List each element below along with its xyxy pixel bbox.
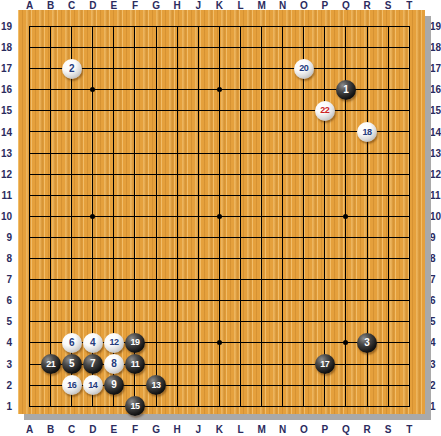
- intersection-D17[interactable]: [82, 58, 103, 79]
- intersection-H16[interactable]: [167, 79, 188, 100]
- intersection-B15[interactable]: [40, 100, 61, 121]
- intersection-L2[interactable]: [230, 375, 251, 396]
- intersection-S1[interactable]: [378, 396, 399, 417]
- intersection-R5[interactable]: [357, 311, 378, 332]
- intersection-K5[interactable]: [209, 311, 230, 332]
- intersection-M16[interactable]: [251, 79, 272, 100]
- intersection-B10[interactable]: [40, 206, 61, 227]
- intersection-S7[interactable]: [378, 269, 399, 290]
- intersection-A6[interactable]: [19, 290, 40, 311]
- intersection-Q12[interactable]: [335, 164, 356, 185]
- intersection-D5[interactable]: [82, 311, 103, 332]
- intersection-H7[interactable]: [167, 269, 188, 290]
- intersection-K14[interactable]: [209, 121, 230, 142]
- intersection-M17[interactable]: [251, 58, 272, 79]
- intersection-G15[interactable]: [146, 100, 167, 121]
- intersection-R19[interactable]: [357, 16, 378, 37]
- intersection-O17[interactable]: 20: [293, 58, 314, 79]
- intersection-L4[interactable]: [230, 332, 251, 353]
- intersection-D9[interactable]: [82, 227, 103, 248]
- intersection-C8[interactable]: [61, 248, 82, 269]
- intersection-M9[interactable]: [251, 227, 272, 248]
- intersection-T18[interactable]: [399, 37, 420, 58]
- intersection-O10[interactable]: [293, 206, 314, 227]
- intersection-P19[interactable]: [314, 16, 335, 37]
- intersection-M14[interactable]: [251, 121, 272, 142]
- intersection-E1[interactable]: [103, 396, 124, 417]
- intersection-A12[interactable]: [19, 164, 40, 185]
- intersection-O6[interactable]: [293, 290, 314, 311]
- intersection-P10[interactable]: [314, 206, 335, 227]
- intersection-C11[interactable]: [61, 185, 82, 206]
- intersection-C10[interactable]: [61, 206, 82, 227]
- intersection-S4[interactable]: [378, 332, 399, 353]
- intersection-B5[interactable]: [40, 311, 61, 332]
- intersection-P11[interactable]: [314, 185, 335, 206]
- intersection-P16[interactable]: [314, 79, 335, 100]
- intersection-J19[interactable]: [188, 16, 209, 37]
- intersection-F2[interactable]: [124, 375, 145, 396]
- intersection-S19[interactable]: [378, 16, 399, 37]
- intersection-S13[interactable]: [378, 143, 399, 164]
- intersection-N12[interactable]: [272, 164, 293, 185]
- intersection-E13[interactable]: [103, 143, 124, 164]
- intersection-B13[interactable]: [40, 143, 61, 164]
- intersection-C4[interactable]: 6: [61, 332, 82, 353]
- intersection-G7[interactable]: [146, 269, 167, 290]
- intersection-O3[interactable]: [293, 354, 314, 375]
- intersection-E6[interactable]: [103, 290, 124, 311]
- intersection-M6[interactable]: [251, 290, 272, 311]
- intersection-T11[interactable]: [399, 185, 420, 206]
- intersection-D1[interactable]: [82, 396, 103, 417]
- intersection-N9[interactable]: [272, 227, 293, 248]
- intersection-K8[interactable]: [209, 248, 230, 269]
- intersection-J1[interactable]: [188, 396, 209, 417]
- intersection-B11[interactable]: [40, 185, 61, 206]
- intersection-J17[interactable]: [188, 58, 209, 79]
- intersection-F19[interactable]: [124, 16, 145, 37]
- intersection-M4[interactable]: [251, 332, 272, 353]
- intersection-B9[interactable]: [40, 227, 61, 248]
- intersection-Q15[interactable]: [335, 100, 356, 121]
- intersection-M8[interactable]: [251, 248, 272, 269]
- intersection-R15[interactable]: [357, 100, 378, 121]
- intersection-J9[interactable]: [188, 227, 209, 248]
- intersection-P12[interactable]: [314, 164, 335, 185]
- intersection-G16[interactable]: [146, 79, 167, 100]
- intersection-F1[interactable]: 15: [124, 396, 145, 417]
- intersection-A9[interactable]: [19, 227, 40, 248]
- intersection-F3[interactable]: 11: [124, 354, 145, 375]
- intersection-M10[interactable]: [251, 206, 272, 227]
- intersection-A4[interactable]: [19, 332, 40, 353]
- intersection-K16[interactable]: [209, 79, 230, 100]
- intersection-G9[interactable]: [146, 227, 167, 248]
- intersection-C5[interactable]: [61, 311, 82, 332]
- intersection-T6[interactable]: [399, 290, 420, 311]
- intersection-T7[interactable]: [399, 269, 420, 290]
- intersection-R13[interactable]: [357, 143, 378, 164]
- intersection-R12[interactable]: [357, 164, 378, 185]
- intersection-T17[interactable]: [399, 58, 420, 79]
- intersection-L14[interactable]: [230, 121, 251, 142]
- intersection-G10[interactable]: [146, 206, 167, 227]
- intersection-O4[interactable]: [293, 332, 314, 353]
- intersection-O8[interactable]: [293, 248, 314, 269]
- intersection-E12[interactable]: [103, 164, 124, 185]
- intersection-A3[interactable]: [19, 354, 40, 375]
- intersection-N2[interactable]: [272, 375, 293, 396]
- intersection-H15[interactable]: [167, 100, 188, 121]
- intersection-G4[interactable]: [146, 332, 167, 353]
- intersection-H13[interactable]: [167, 143, 188, 164]
- intersection-G17[interactable]: [146, 58, 167, 79]
- intersection-J11[interactable]: [188, 185, 209, 206]
- intersection-O12[interactable]: [293, 164, 314, 185]
- intersection-N4[interactable]: [272, 332, 293, 353]
- intersection-C3[interactable]: 5: [61, 354, 82, 375]
- intersection-C16[interactable]: [61, 79, 82, 100]
- intersection-R14[interactable]: 18: [357, 121, 378, 142]
- intersection-A8[interactable]: [19, 248, 40, 269]
- intersection-T9[interactable]: [399, 227, 420, 248]
- intersection-A18[interactable]: [19, 37, 40, 58]
- intersection-D12[interactable]: [82, 164, 103, 185]
- intersection-N18[interactable]: [272, 37, 293, 58]
- intersection-C13[interactable]: [61, 143, 82, 164]
- intersection-E17[interactable]: [103, 58, 124, 79]
- intersection-O19[interactable]: [293, 16, 314, 37]
- intersection-H12[interactable]: [167, 164, 188, 185]
- intersection-L16[interactable]: [230, 79, 251, 100]
- intersection-E18[interactable]: [103, 37, 124, 58]
- intersection-K7[interactable]: [209, 269, 230, 290]
- intersection-L12[interactable]: [230, 164, 251, 185]
- intersection-D18[interactable]: [82, 37, 103, 58]
- intersection-T14[interactable]: [399, 121, 420, 142]
- intersection-P1[interactable]: [314, 396, 335, 417]
- intersection-E14[interactable]: [103, 121, 124, 142]
- intersection-N3[interactable]: [272, 354, 293, 375]
- intersection-H18[interactable]: [167, 37, 188, 58]
- intersection-O9[interactable]: [293, 227, 314, 248]
- intersection-E4[interactable]: 12: [103, 332, 124, 353]
- intersection-E7[interactable]: [103, 269, 124, 290]
- intersection-N17[interactable]: [272, 58, 293, 79]
- intersection-S17[interactable]: [378, 58, 399, 79]
- intersection-M13[interactable]: [251, 143, 272, 164]
- intersection-M11[interactable]: [251, 185, 272, 206]
- intersection-B1[interactable]: [40, 396, 61, 417]
- intersection-S5[interactable]: [378, 311, 399, 332]
- intersection-K1[interactable]: [209, 396, 230, 417]
- intersection-R10[interactable]: [357, 206, 378, 227]
- intersection-C9[interactable]: [61, 227, 82, 248]
- intersection-K12[interactable]: [209, 164, 230, 185]
- intersection-C18[interactable]: [61, 37, 82, 58]
- intersection-B8[interactable]: [40, 248, 61, 269]
- intersection-E5[interactable]: [103, 311, 124, 332]
- intersection-H4[interactable]: [167, 332, 188, 353]
- intersection-N15[interactable]: [272, 100, 293, 121]
- intersection-A13[interactable]: [19, 143, 40, 164]
- intersection-A15[interactable]: [19, 100, 40, 121]
- intersection-N14[interactable]: [272, 121, 293, 142]
- intersection-C15[interactable]: [61, 100, 82, 121]
- intersection-E19[interactable]: [103, 16, 124, 37]
- intersection-M18[interactable]: [251, 37, 272, 58]
- intersection-H1[interactable]: [167, 396, 188, 417]
- intersection-L6[interactable]: [230, 290, 251, 311]
- intersection-P4[interactable]: [314, 332, 335, 353]
- intersection-P2[interactable]: [314, 375, 335, 396]
- intersection-O7[interactable]: [293, 269, 314, 290]
- intersection-D7[interactable]: [82, 269, 103, 290]
- intersection-P14[interactable]: [314, 121, 335, 142]
- intersection-S18[interactable]: [378, 37, 399, 58]
- intersection-G1[interactable]: [146, 396, 167, 417]
- intersection-A19[interactable]: [19, 16, 40, 37]
- intersection-F18[interactable]: [124, 37, 145, 58]
- intersection-O15[interactable]: [293, 100, 314, 121]
- intersection-H8[interactable]: [167, 248, 188, 269]
- intersection-M7[interactable]: [251, 269, 272, 290]
- intersection-K11[interactable]: [209, 185, 230, 206]
- intersection-M5[interactable]: [251, 311, 272, 332]
- intersection-P7[interactable]: [314, 269, 335, 290]
- intersection-H3[interactable]: [167, 354, 188, 375]
- intersection-P3[interactable]: 17: [314, 354, 335, 375]
- intersection-L9[interactable]: [230, 227, 251, 248]
- intersection-A17[interactable]: [19, 58, 40, 79]
- intersection-A14[interactable]: [19, 121, 40, 142]
- intersection-N5[interactable]: [272, 311, 293, 332]
- intersection-G12[interactable]: [146, 164, 167, 185]
- intersection-F5[interactable]: [124, 311, 145, 332]
- intersection-A16[interactable]: [19, 79, 40, 100]
- intersection-A11[interactable]: [19, 185, 40, 206]
- intersection-E9[interactable]: [103, 227, 124, 248]
- intersection-K9[interactable]: [209, 227, 230, 248]
- intersection-E16[interactable]: [103, 79, 124, 100]
- intersection-O14[interactable]: [293, 121, 314, 142]
- intersection-L13[interactable]: [230, 143, 251, 164]
- intersection-A5[interactable]: [19, 311, 40, 332]
- intersection-C6[interactable]: [61, 290, 82, 311]
- intersection-H6[interactable]: [167, 290, 188, 311]
- intersection-Q17[interactable]: [335, 58, 356, 79]
- intersection-J2[interactable]: [188, 375, 209, 396]
- intersection-J5[interactable]: [188, 311, 209, 332]
- intersection-B18[interactable]: [40, 37, 61, 58]
- intersection-N19[interactable]: [272, 16, 293, 37]
- intersection-S3[interactable]: [378, 354, 399, 375]
- intersection-D14[interactable]: [82, 121, 103, 142]
- intersection-B6[interactable]: [40, 290, 61, 311]
- intersection-F4[interactable]: 19: [124, 332, 145, 353]
- intersection-E2[interactable]: 9: [103, 375, 124, 396]
- intersection-L7[interactable]: [230, 269, 251, 290]
- intersection-R6[interactable]: [357, 290, 378, 311]
- intersection-T1[interactable]: [399, 396, 420, 417]
- intersection-C17[interactable]: 2: [61, 58, 82, 79]
- intersection-E11[interactable]: [103, 185, 124, 206]
- intersection-Q1[interactable]: [335, 396, 356, 417]
- intersection-R7[interactable]: [357, 269, 378, 290]
- intersection-J8[interactable]: [188, 248, 209, 269]
- intersection-N13[interactable]: [272, 143, 293, 164]
- intersection-D2[interactable]: 14: [82, 375, 103, 396]
- intersection-G2[interactable]: 13: [146, 375, 167, 396]
- intersection-A10[interactable]: [19, 206, 40, 227]
- intersection-P15[interactable]: 22: [314, 100, 335, 121]
- intersection-S11[interactable]: [378, 185, 399, 206]
- intersection-R2[interactable]: [357, 375, 378, 396]
- intersection-Q7[interactable]: [335, 269, 356, 290]
- intersection-R8[interactable]: [357, 248, 378, 269]
- intersection-T4[interactable]: [399, 332, 420, 353]
- intersection-L15[interactable]: [230, 100, 251, 121]
- intersection-Q6[interactable]: [335, 290, 356, 311]
- intersection-D6[interactable]: [82, 290, 103, 311]
- intersection-Q16[interactable]: 1: [335, 79, 356, 100]
- intersection-O1[interactable]: [293, 396, 314, 417]
- intersection-H5[interactable]: [167, 311, 188, 332]
- intersection-C2[interactable]: 16: [61, 375, 82, 396]
- intersection-J13[interactable]: [188, 143, 209, 164]
- intersection-O5[interactable]: [293, 311, 314, 332]
- intersection-J14[interactable]: [188, 121, 209, 142]
- intersection-F6[interactable]: [124, 290, 145, 311]
- intersection-J4[interactable]: [188, 332, 209, 353]
- intersection-T19[interactable]: [399, 16, 420, 37]
- intersection-F16[interactable]: [124, 79, 145, 100]
- intersection-L3[interactable]: [230, 354, 251, 375]
- intersection-Q3[interactable]: [335, 354, 356, 375]
- intersection-D19[interactable]: [82, 16, 103, 37]
- intersection-H9[interactable]: [167, 227, 188, 248]
- intersection-A2[interactable]: [19, 375, 40, 396]
- intersection-O2[interactable]: [293, 375, 314, 396]
- intersection-Q18[interactable]: [335, 37, 356, 58]
- intersection-O16[interactable]: [293, 79, 314, 100]
- intersection-J18[interactable]: [188, 37, 209, 58]
- intersection-S10[interactable]: [378, 206, 399, 227]
- intersection-S9[interactable]: [378, 227, 399, 248]
- intersection-P13[interactable]: [314, 143, 335, 164]
- intersection-J7[interactable]: [188, 269, 209, 290]
- intersection-M15[interactable]: [251, 100, 272, 121]
- intersection-T15[interactable]: [399, 100, 420, 121]
- intersection-H2[interactable]: [167, 375, 188, 396]
- intersection-J16[interactable]: [188, 79, 209, 100]
- intersection-B3[interactable]: 21: [40, 354, 61, 375]
- intersection-R18[interactable]: [357, 37, 378, 58]
- intersection-B12[interactable]: [40, 164, 61, 185]
- intersection-F12[interactable]: [124, 164, 145, 185]
- intersection-B7[interactable]: [40, 269, 61, 290]
- intersection-S15[interactable]: [378, 100, 399, 121]
- intersection-H11[interactable]: [167, 185, 188, 206]
- intersection-S16[interactable]: [378, 79, 399, 100]
- intersection-K2[interactable]: [209, 375, 230, 396]
- intersection-Q13[interactable]: [335, 143, 356, 164]
- intersection-C7[interactable]: [61, 269, 82, 290]
- intersection-E8[interactable]: [103, 248, 124, 269]
- intersection-K17[interactable]: [209, 58, 230, 79]
- intersection-H19[interactable]: [167, 16, 188, 37]
- intersection-K10[interactable]: [209, 206, 230, 227]
- intersection-E10[interactable]: [103, 206, 124, 227]
- intersection-Q2[interactable]: [335, 375, 356, 396]
- intersection-F17[interactable]: [124, 58, 145, 79]
- intersection-L10[interactable]: [230, 206, 251, 227]
- intersection-N8[interactable]: [272, 248, 293, 269]
- intersection-T5[interactable]: [399, 311, 420, 332]
- intersection-F13[interactable]: [124, 143, 145, 164]
- intersection-Q9[interactable]: [335, 227, 356, 248]
- intersection-P8[interactable]: [314, 248, 335, 269]
- intersection-C19[interactable]: [61, 16, 82, 37]
- intersection-N1[interactable]: [272, 396, 293, 417]
- intersection-T8[interactable]: [399, 248, 420, 269]
- intersection-L1[interactable]: [230, 396, 251, 417]
- intersection-K15[interactable]: [209, 100, 230, 121]
- intersection-L17[interactable]: [230, 58, 251, 79]
- intersection-P6[interactable]: [314, 290, 335, 311]
- intersection-Q4[interactable]: [335, 332, 356, 353]
- intersection-D4[interactable]: 4: [82, 332, 103, 353]
- intersection-A1[interactable]: [19, 396, 40, 417]
- intersection-B4[interactable]: [40, 332, 61, 353]
- intersection-C1[interactable]: [61, 396, 82, 417]
- intersection-G5[interactable]: [146, 311, 167, 332]
- intersection-G14[interactable]: [146, 121, 167, 142]
- intersection-R11[interactable]: [357, 185, 378, 206]
- intersection-N7[interactable]: [272, 269, 293, 290]
- intersection-B17[interactable]: [40, 58, 61, 79]
- intersection-F9[interactable]: [124, 227, 145, 248]
- intersection-M3[interactable]: [251, 354, 272, 375]
- intersection-G13[interactable]: [146, 143, 167, 164]
- intersection-D3[interactable]: 7: [82, 354, 103, 375]
- intersection-N16[interactable]: [272, 79, 293, 100]
- intersection-T10[interactable]: [399, 206, 420, 227]
- intersection-S8[interactable]: [378, 248, 399, 269]
- intersection-G8[interactable]: [146, 248, 167, 269]
- intersection-F8[interactable]: [124, 248, 145, 269]
- intersection-K18[interactable]: [209, 37, 230, 58]
- intersection-K3[interactable]: [209, 354, 230, 375]
- intersection-T3[interactable]: [399, 354, 420, 375]
- intersection-N10[interactable]: [272, 206, 293, 227]
- intersection-D8[interactable]: [82, 248, 103, 269]
- intersection-D13[interactable]: [82, 143, 103, 164]
- intersection-D15[interactable]: [82, 100, 103, 121]
- intersection-J15[interactable]: [188, 100, 209, 121]
- intersection-K4[interactable]: [209, 332, 230, 353]
- intersection-P18[interactable]: [314, 37, 335, 58]
- intersection-Q5[interactable]: [335, 311, 356, 332]
- intersection-T2[interactable]: [399, 375, 420, 396]
- intersection-Q8[interactable]: [335, 248, 356, 269]
- intersection-H10[interactable]: [167, 206, 188, 227]
- intersection-F14[interactable]: [124, 121, 145, 142]
- intersection-D11[interactable]: [82, 185, 103, 206]
- intersection-F11[interactable]: [124, 185, 145, 206]
- intersection-L8[interactable]: [230, 248, 251, 269]
